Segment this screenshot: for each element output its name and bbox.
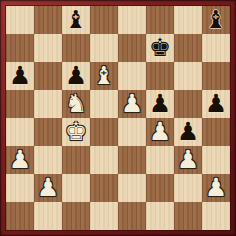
piece-black-bishop[interactable]: ♝ bbox=[202, 6, 230, 34]
square-b6[interactable] bbox=[34, 62, 62, 90]
piece-white-pawn[interactable]: ♟ bbox=[34, 174, 62, 202]
square-e5[interactable]: ♟ bbox=[118, 90, 146, 118]
square-h3[interactable] bbox=[202, 146, 230, 174]
square-e1[interactable] bbox=[118, 202, 146, 230]
square-d2[interactable] bbox=[90, 174, 118, 202]
square-c2[interactable] bbox=[62, 174, 90, 202]
square-g6[interactable] bbox=[174, 62, 202, 90]
piece-black-bishop[interactable]: ♝ bbox=[62, 6, 90, 34]
square-b8[interactable] bbox=[34, 6, 62, 34]
square-e7[interactable] bbox=[118, 34, 146, 62]
piece-black-pawn[interactable]: ♟ bbox=[62, 62, 90, 90]
square-f2[interactable] bbox=[146, 174, 174, 202]
piece-white-king[interactable]: ♚ bbox=[62, 118, 90, 146]
square-b2[interactable]: ♟ bbox=[34, 174, 62, 202]
square-d8[interactable] bbox=[90, 6, 118, 34]
square-c7[interactable] bbox=[62, 34, 90, 62]
square-h5[interactable]: ♟ bbox=[202, 90, 230, 118]
square-h1[interactable] bbox=[202, 202, 230, 230]
square-f8[interactable] bbox=[146, 6, 174, 34]
piece-white-pawn[interactable]: ♟ bbox=[202, 174, 230, 202]
square-a6[interactable]: ♟ bbox=[6, 62, 34, 90]
square-g4[interactable]: ♟ bbox=[174, 118, 202, 146]
square-a8[interactable] bbox=[6, 6, 34, 34]
square-f6[interactable] bbox=[146, 62, 174, 90]
square-e2[interactable] bbox=[118, 174, 146, 202]
square-g5[interactable] bbox=[174, 90, 202, 118]
square-d1[interactable] bbox=[90, 202, 118, 230]
square-c5[interactable]: ♞ bbox=[62, 90, 90, 118]
square-a4[interactable] bbox=[6, 118, 34, 146]
square-h2[interactable]: ♟ bbox=[202, 174, 230, 202]
square-c3[interactable] bbox=[62, 146, 90, 174]
square-c4[interactable]: ♚ bbox=[62, 118, 90, 146]
square-b7[interactable] bbox=[34, 34, 62, 62]
piece-black-pawn[interactable]: ♟ bbox=[202, 90, 230, 118]
square-h8[interactable]: ♝ bbox=[202, 6, 230, 34]
piece-white-knight[interactable]: ♞ bbox=[62, 90, 90, 118]
piece-black-pawn[interactable]: ♟ bbox=[174, 118, 202, 146]
square-d6[interactable]: ♝ bbox=[90, 62, 118, 90]
square-g1[interactable] bbox=[174, 202, 202, 230]
square-e6[interactable] bbox=[118, 62, 146, 90]
square-c1[interactable] bbox=[62, 202, 90, 230]
square-e3[interactable] bbox=[118, 146, 146, 174]
piece-black-pawn[interactable]: ♟ bbox=[6, 62, 34, 90]
square-f7[interactable]: ♚ bbox=[146, 34, 174, 62]
piece-black-king[interactable]: ♚ bbox=[146, 34, 174, 62]
piece-white-pawn[interactable]: ♟ bbox=[174, 146, 202, 174]
chess-board: ♝♝♚♟♟♝♞♟♟♟♚♟♟♟♟♟♟ bbox=[6, 6, 230, 230]
square-b3[interactable] bbox=[34, 146, 62, 174]
square-d4[interactable] bbox=[90, 118, 118, 146]
square-a7[interactable] bbox=[6, 34, 34, 62]
square-g7[interactable] bbox=[174, 34, 202, 62]
piece-white-pawn[interactable]: ♟ bbox=[6, 146, 34, 174]
square-f5[interactable]: ♟ bbox=[146, 90, 174, 118]
square-h6[interactable] bbox=[202, 62, 230, 90]
square-h4[interactable] bbox=[202, 118, 230, 146]
square-a5[interactable] bbox=[6, 90, 34, 118]
piece-black-pawn[interactable]: ♟ bbox=[146, 90, 174, 118]
square-a3[interactable]: ♟ bbox=[6, 146, 34, 174]
piece-white-pawn[interactable]: ♟ bbox=[118, 90, 146, 118]
square-f4[interactable]: ♟ bbox=[146, 118, 174, 146]
square-d5[interactable] bbox=[90, 90, 118, 118]
square-d3[interactable] bbox=[90, 146, 118, 174]
square-f3[interactable] bbox=[146, 146, 174, 174]
square-g8[interactable] bbox=[174, 6, 202, 34]
piece-white-pawn[interactable]: ♟ bbox=[146, 118, 174, 146]
square-h7[interactable] bbox=[202, 34, 230, 62]
square-a2[interactable] bbox=[6, 174, 34, 202]
square-a1[interactable] bbox=[6, 202, 34, 230]
board-frame: ♝♝♚♟♟♝♞♟♟♟♚♟♟♟♟♟♟ bbox=[0, 0, 236, 236]
square-g2[interactable] bbox=[174, 174, 202, 202]
square-b1[interactable] bbox=[34, 202, 62, 230]
square-c6[interactable]: ♟ bbox=[62, 62, 90, 90]
square-b4[interactable] bbox=[34, 118, 62, 146]
square-e4[interactable] bbox=[118, 118, 146, 146]
square-c8[interactable]: ♝ bbox=[62, 6, 90, 34]
square-b5[interactable] bbox=[34, 90, 62, 118]
square-g3[interactable]: ♟ bbox=[174, 146, 202, 174]
square-e8[interactable] bbox=[118, 6, 146, 34]
square-f1[interactable] bbox=[146, 202, 174, 230]
square-d7[interactable] bbox=[90, 34, 118, 62]
piece-white-bishop[interactable]: ♝ bbox=[90, 62, 118, 90]
